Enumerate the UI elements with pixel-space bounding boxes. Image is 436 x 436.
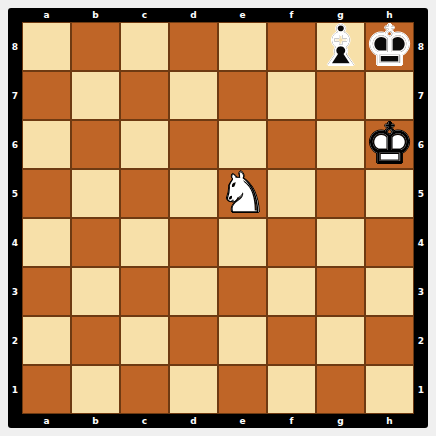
file-label-c: c [120,8,169,22]
square-f3[interactable] [267,267,316,316]
square-d2[interactable] [169,316,218,365]
chess-diagram-page: abcdefgh 87654321 ♝♗♚♔♚♔♞♘ 87654321 abcd… [0,0,436,436]
square-a4[interactable] [22,218,71,267]
file-label-e: e [218,414,267,428]
square-a1[interactable] [22,365,71,414]
rank-label-4: 4 [414,218,428,267]
rank-label-5: 5 [8,169,22,218]
white-king-glyph-outline: ♔ [364,115,414,171]
square-a8[interactable] [22,22,71,71]
square-e8[interactable] [218,22,267,71]
square-b5[interactable] [71,169,120,218]
black-king-piece[interactable]: ♚♔ [365,22,414,71]
square-h6[interactable]: ♚♔ [365,120,414,169]
square-f7[interactable] [267,71,316,120]
black-bishop-glyph-outline: ♗ [315,17,365,73]
file-label-h: h [365,414,414,428]
square-g4[interactable] [316,218,365,267]
rank-label-3: 3 [414,267,428,316]
black-bishop-piece[interactable]: ♝♗ [316,22,365,71]
file-label-d: d [169,414,218,428]
square-d8[interactable] [169,22,218,71]
file-label-a: a [22,414,71,428]
white-king-piece[interactable]: ♚♔ [365,120,414,169]
rank-labels-right: 87654321 [414,22,428,414]
square-d6[interactable] [169,120,218,169]
square-g6[interactable] [316,120,365,169]
square-c3[interactable] [120,267,169,316]
square-b8[interactable] [71,22,120,71]
white-knight-piece[interactable]: ♞♘ [218,169,267,218]
file-label-f: f [267,8,316,22]
square-f8[interactable] [267,22,316,71]
square-h2[interactable] [365,316,414,365]
rank-label-1: 1 [414,365,428,414]
rank-label-5: 5 [414,169,428,218]
square-d5[interactable] [169,169,218,218]
square-g5[interactable] [316,169,365,218]
square-e5[interactable]: ♞♘ [218,169,267,218]
square-g8[interactable]: ♝♗ [316,22,365,71]
square-f5[interactable] [267,169,316,218]
square-d7[interactable] [169,71,218,120]
file-label-e: e [218,8,267,22]
square-d4[interactable] [169,218,218,267]
file-label-c: c [120,414,169,428]
rank-label-4: 4 [8,218,22,267]
rank-label-1: 1 [8,365,22,414]
board-middle: 87654321 ♝♗♚♔♚♔♞♘ 87654321 [8,22,428,414]
square-c2[interactable] [120,316,169,365]
black-king-glyph-outline: ♔ [364,17,414,73]
square-b6[interactable] [71,120,120,169]
square-a3[interactable] [22,267,71,316]
square-c1[interactable] [120,365,169,414]
square-f4[interactable] [267,218,316,267]
square-a7[interactable] [22,71,71,120]
square-h1[interactable] [365,365,414,414]
rank-label-2: 2 [414,316,428,365]
rank-label-8: 8 [8,22,22,71]
square-b1[interactable] [71,365,120,414]
square-c4[interactable] [120,218,169,267]
square-a6[interactable] [22,120,71,169]
square-f1[interactable] [267,365,316,414]
square-c6[interactable] [120,120,169,169]
square-e2[interactable] [218,316,267,365]
square-h5[interactable] [365,169,414,218]
file-label-b: b [71,414,120,428]
square-c5[interactable] [120,169,169,218]
rank-label-3: 3 [8,267,22,316]
square-a5[interactable] [22,169,71,218]
square-b7[interactable] [71,71,120,120]
square-b3[interactable] [71,267,120,316]
square-g3[interactable] [316,267,365,316]
square-e7[interactable] [218,71,267,120]
square-h3[interactable] [365,267,414,316]
rank-label-6: 6 [414,120,428,169]
rank-labels-left: 87654321 [8,22,22,414]
square-e4[interactable] [218,218,267,267]
white-knight-glyph-outline: ♘ [217,164,267,220]
square-g1[interactable] [316,365,365,414]
rank-label-6: 6 [8,120,22,169]
square-b4[interactable] [71,218,120,267]
square-a2[interactable] [22,316,71,365]
square-c8[interactable] [120,22,169,71]
file-label-f: f [267,414,316,428]
chessboard: ♝♗♚♔♚♔♞♘ [22,22,414,414]
square-g2[interactable] [316,316,365,365]
rank-label-2: 2 [8,316,22,365]
rank-label-7: 7 [414,71,428,120]
square-g7[interactable] [316,71,365,120]
rank-label-8: 8 [414,22,428,71]
rank-label-7: 7 [8,71,22,120]
square-b2[interactable] [71,316,120,365]
square-c7[interactable] [120,71,169,120]
file-label-a: a [22,8,71,22]
file-label-b: b [71,8,120,22]
square-f2[interactable] [267,316,316,365]
file-label-d: d [169,8,218,22]
square-f6[interactable] [267,120,316,169]
square-h4[interactable] [365,218,414,267]
square-d3[interactable] [169,267,218,316]
file-label-g: g [316,414,365,428]
chessboard-frame: abcdefgh 87654321 ♝♗♚♔♚♔♞♘ 87654321 abcd… [8,8,428,428]
square-d1[interactable] [169,365,218,414]
square-e1[interactable] [218,365,267,414]
square-e3[interactable] [218,267,267,316]
square-h8[interactable]: ♚♔ [365,22,414,71]
file-labels-bottom: abcdefgh [8,414,428,428]
